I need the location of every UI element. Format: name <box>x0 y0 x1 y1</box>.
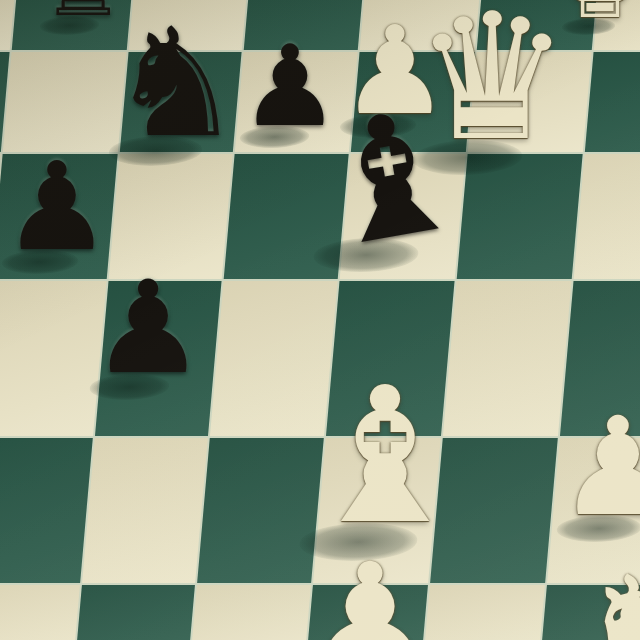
piece-black-bishop[interactable]: ♝ <box>293 81 488 276</box>
board-square-r5c2[interactable] <box>76 585 195 640</box>
piece-white-pawn[interactable]: ♟ <box>550 399 640 535</box>
piece-black-pawn[interactable]: ♟ <box>0 146 118 268</box>
piece-white-pawn[interactable]: ♟ <box>291 542 449 640</box>
piece-black-knight[interactable]: ♞ <box>101 8 251 158</box>
board-square-r4c2[interactable] <box>82 438 208 583</box>
chessboard-photo: ♜♚♟♟♞♛♝♟♟♟♝♟♞ <box>0 0 640 640</box>
board-square-r4c1[interactable] <box>0 438 93 583</box>
board-square-r2c6[interactable] <box>574 154 640 279</box>
board-square-r1c6[interactable] <box>585 52 640 152</box>
piece-white-bishop[interactable]: ♝ <box>291 362 479 550</box>
piece-black-pawn[interactable]: ♟ <box>84 264 212 392</box>
board-square-r5c1[interactable] <box>0 585 80 640</box>
